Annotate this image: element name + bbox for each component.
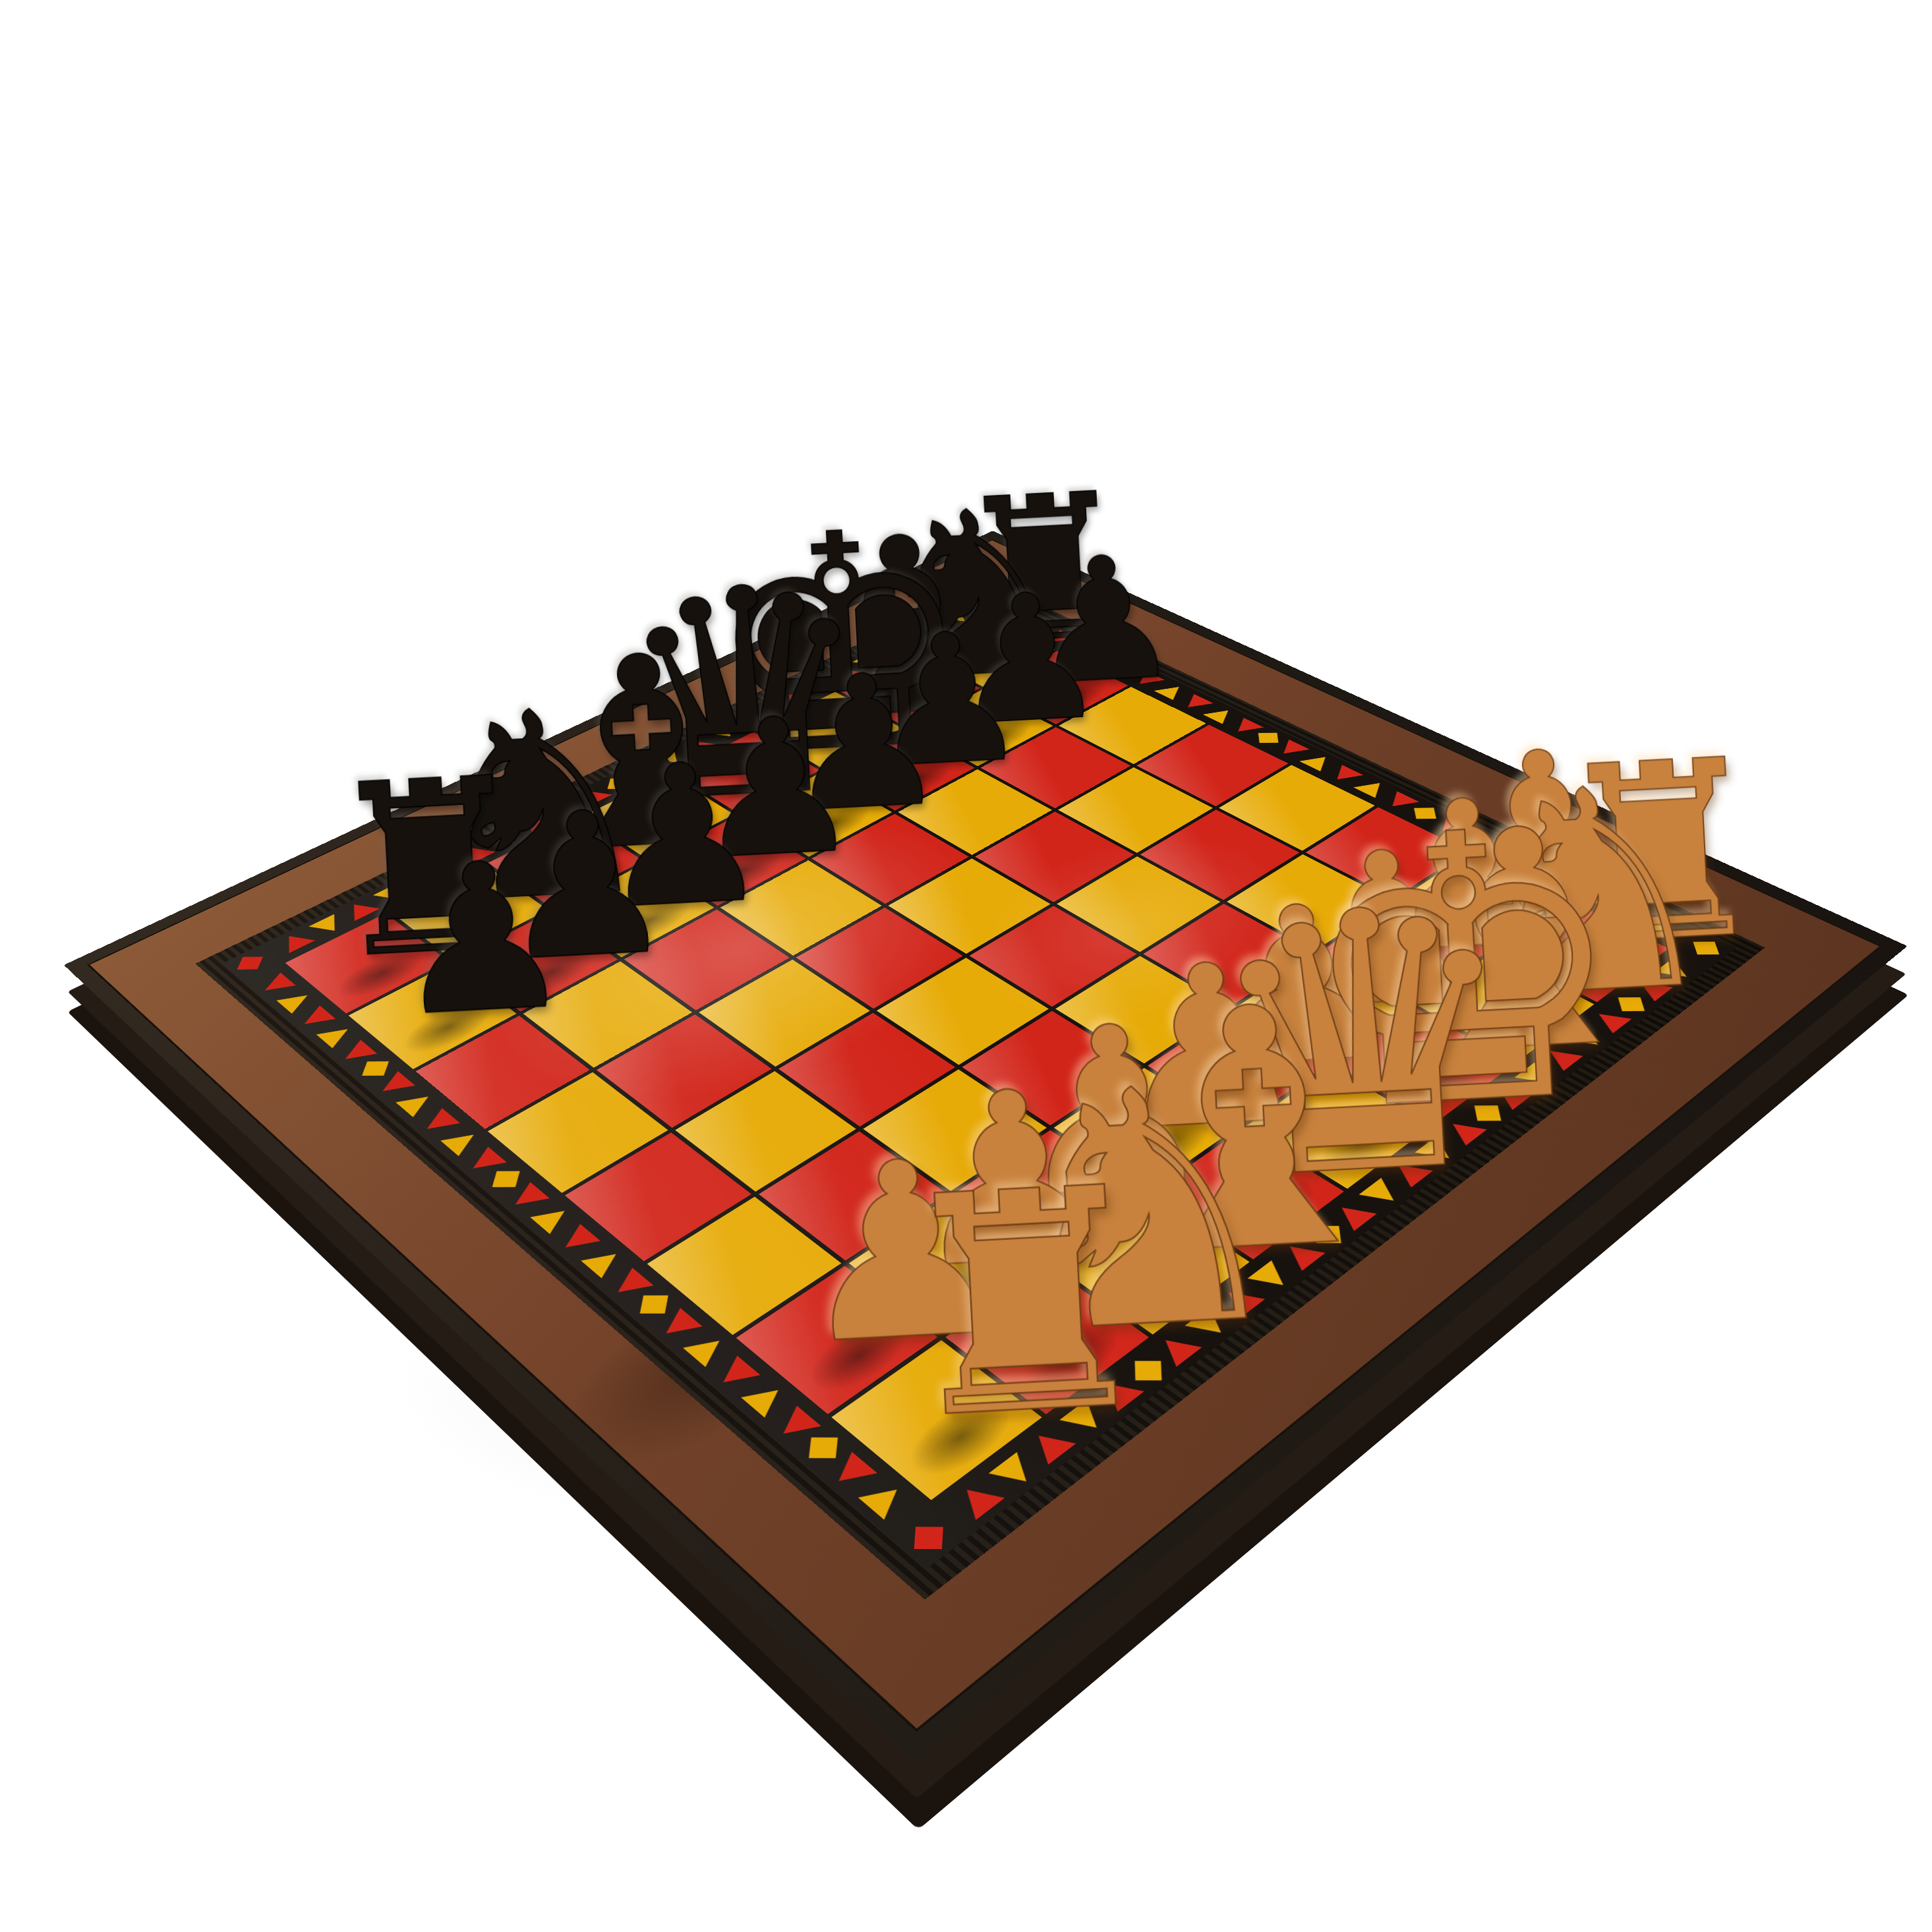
- border-triangle: [655, 1308, 703, 1343]
- border-triangle: [607, 1268, 653, 1301]
- border-diamond: [763, 703, 782, 713]
- border-diamond: [1258, 733, 1278, 743]
- border-triangle: [581, 1246, 626, 1279]
- black-pawn-a7: ♟: [386, 836, 518, 1045]
- border-triangle: [858, 1479, 910, 1520]
- border-triangle: [337, 1039, 377, 1066]
- border-diamond: [640, 1295, 668, 1313]
- border-diamond: [905, 635, 923, 644]
- border-triangle: [555, 1224, 600, 1256]
- border-diamond: [809, 1438, 838, 1458]
- border-triangle: [395, 1090, 437, 1117]
- photo-scene: ♜♞♝♛♚♝♞♜♟♟♟♟♟♟♟♟♟♟♟♟♟♟♟♟♜♞♝♛♚♝♞♜: [0, 0, 1932, 1932]
- border-corner-diamond: [914, 1527, 943, 1549]
- white-rook-a1: ♜: [883, 1153, 1049, 1463]
- border-triangle: [712, 1356, 760, 1392]
- border-triangle: [741, 1380, 790, 1418]
- border-triangle: [771, 1406, 821, 1444]
- border-diamond: [492, 1171, 520, 1187]
- border-triangle: [418, 1108, 460, 1136]
- border-diamond: [1117, 665, 1136, 674]
- border-triangle: [826, 1452, 877, 1492]
- border-triangle: [683, 1332, 731, 1367]
- border-triangle: [463, 1147, 506, 1177]
- border-corner-diamond: [237, 957, 264, 970]
- border-diamond: [362, 1061, 389, 1076]
- border-triangle: [506, 1182, 550, 1213]
- border-triangle: [530, 1203, 574, 1235]
- border-triangle: [440, 1127, 483, 1156]
- border-triangle: [257, 972, 295, 997]
